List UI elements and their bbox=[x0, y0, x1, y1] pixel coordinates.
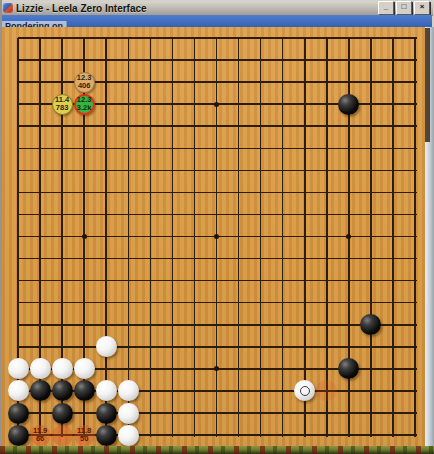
candidate-move-C1[interactable] bbox=[52, 425, 73, 446]
white-stone-E3[interactable] bbox=[96, 380, 117, 401]
black-stone-C3[interactable] bbox=[52, 380, 73, 401]
grid-line-h bbox=[18, 346, 417, 348]
candidate-move-D1[interactable]: 11.850 bbox=[74, 425, 95, 446]
white-stone-C4[interactable] bbox=[52, 358, 73, 379]
window-controls: _ □ × bbox=[378, 1, 433, 15]
candidate-visits: 783 bbox=[56, 104, 69, 112]
go-board[interactable]: 12.33.2k11.478312.340611.96611.850 bbox=[2, 27, 425, 446]
candidate-move-C16[interactable]: 11.4783 bbox=[52, 94, 73, 115]
candidate-visits: 50 bbox=[80, 435, 88, 443]
grid-line-v bbox=[392, 38, 394, 437]
lizzie-window: Lizzie - Leela Zero Interface _ □ × Pond… bbox=[0, 0, 434, 454]
minimize-button[interactable]: _ bbox=[378, 1, 394, 15]
grid-line-h bbox=[18, 324, 417, 326]
grid-line-h bbox=[18, 302, 417, 304]
star-point bbox=[214, 366, 219, 371]
title-bar[interactable]: Lizzie - Leela Zero Interface _ □ × bbox=[1, 1, 433, 16]
black-stone-R6[interactable] bbox=[360, 314, 381, 335]
grid-line-v bbox=[172, 38, 174, 437]
grid-line-h bbox=[18, 280, 417, 282]
candidate-visits: 3.2k bbox=[77, 104, 92, 112]
black-stone-D3[interactable] bbox=[74, 380, 95, 401]
maximize-button[interactable]: □ bbox=[396, 1, 412, 15]
candidate-move-P3[interactable] bbox=[316, 380, 337, 401]
white-stone-F1[interactable] bbox=[118, 425, 139, 446]
candidate-move-B1[interactable]: 11.966 bbox=[30, 425, 51, 446]
grid-line-v bbox=[326, 38, 328, 437]
star-point bbox=[214, 102, 219, 107]
white-stone-B4[interactable] bbox=[30, 358, 51, 379]
grid-line-v bbox=[282, 38, 284, 437]
grid-line-v bbox=[150, 38, 152, 437]
status-bar: Pondering on bbox=[2, 15, 432, 27]
desktop-bleed-dark-patch bbox=[425, 28, 430, 142]
close-button[interactable]: × bbox=[414, 1, 430, 15]
window-title: Lizzie - Leela Zero Interface bbox=[16, 3, 147, 14]
grid-line-v bbox=[194, 38, 196, 437]
black-stone-Q16[interactable] bbox=[338, 94, 359, 115]
black-stone-Q4[interactable] bbox=[338, 358, 359, 379]
black-stone-C2[interactable] bbox=[52, 403, 73, 424]
white-stone-A4[interactable] bbox=[8, 358, 29, 379]
grid-line-v bbox=[238, 38, 240, 437]
grid-line-v bbox=[414, 38, 416, 437]
white-stone-O3[interactable] bbox=[294, 380, 315, 401]
black-stone-B3[interactable] bbox=[30, 380, 51, 401]
java-icon bbox=[3, 3, 13, 13]
white-stone-F2[interactable] bbox=[118, 403, 139, 424]
white-stone-F3[interactable] bbox=[118, 380, 139, 401]
white-stone-E5[interactable] bbox=[96, 336, 117, 357]
white-stone-D4[interactable] bbox=[74, 358, 95, 379]
grid-line-v bbox=[370, 38, 372, 437]
grid-line-h bbox=[18, 214, 417, 216]
star-point bbox=[82, 234, 87, 239]
grid-line-v bbox=[128, 38, 130, 437]
grid-line-v bbox=[260, 38, 262, 437]
star-point bbox=[214, 234, 219, 239]
candidate-move-D16[interactable]: 12.33.2k bbox=[74, 94, 95, 115]
black-stone-A2[interactable] bbox=[8, 403, 29, 424]
grid-line-v bbox=[105, 38, 107, 437]
black-stone-E2[interactable] bbox=[96, 403, 117, 424]
grid-line-h bbox=[18, 170, 417, 172]
candidate-move-D17[interactable]: 12.3406 bbox=[74, 72, 95, 93]
candidate-visits: 406 bbox=[78, 82, 91, 90]
white-stone-A3[interactable] bbox=[8, 380, 29, 401]
grid-line-h bbox=[18, 412, 417, 414]
window-left-border bbox=[0, 0, 2, 454]
candidate-visits: 66 bbox=[36, 435, 44, 443]
grid-line-v bbox=[304, 38, 306, 437]
desktop-bleed-bottom bbox=[0, 446, 434, 454]
black-stone-A1[interactable] bbox=[8, 425, 29, 446]
grid-line-h bbox=[18, 37, 417, 39]
grid-line-h bbox=[18, 258, 417, 260]
last-move-marker bbox=[300, 386, 310, 396]
grid-line-h bbox=[18, 148, 417, 150]
black-stone-E1[interactable] bbox=[96, 425, 117, 446]
grid-line-h bbox=[18, 125, 417, 127]
grid-line-h bbox=[18, 59, 417, 61]
grid-line-h bbox=[18, 192, 417, 194]
star-point bbox=[346, 234, 351, 239]
